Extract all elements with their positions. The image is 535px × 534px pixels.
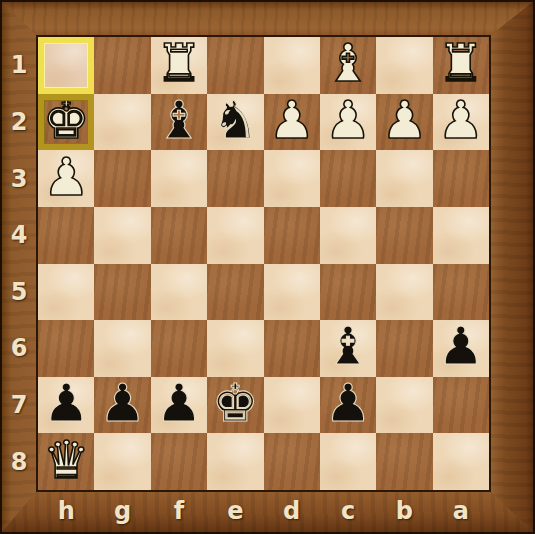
square-h1[interactable]	[38, 37, 94, 94]
square-b2[interactable]: ♟	[376, 94, 432, 151]
square-d7[interactable]	[264, 377, 320, 434]
square-e6[interactable]	[207, 320, 263, 377]
square-b1[interactable]	[376, 37, 432, 94]
square-a7[interactable]	[433, 377, 489, 434]
square-f1[interactable]: ♜	[151, 37, 207, 94]
square-b5[interactable]	[376, 264, 432, 321]
chessboard-frame: 12345678 hgfedcba ♜♝♜♚♝♞♟♟♟♟♟♝♟♟♟♟♚♟♛	[0, 0, 535, 534]
square-e3[interactable]	[207, 150, 263, 207]
rank-label-1: 1	[0, 37, 38, 94]
square-f4[interactable]	[151, 207, 207, 264]
file-label-c: c	[320, 490, 376, 532]
rank-labels: 12345678	[0, 37, 38, 490]
square-d1[interactable]	[264, 37, 320, 94]
black-bishop[interactable]: ♝	[325, 320, 372, 372]
square-b4[interactable]	[376, 207, 432, 264]
square-d4[interactable]	[264, 207, 320, 264]
square-a4[interactable]	[433, 207, 489, 264]
square-a2[interactable]: ♟	[433, 94, 489, 151]
white-queen[interactable]: ♛	[43, 434, 90, 486]
rank-label-6: 6	[0, 320, 38, 377]
square-g2[interactable]	[94, 94, 150, 151]
square-e5[interactable]	[207, 264, 263, 321]
square-c6[interactable]: ♝	[320, 320, 376, 377]
rank-label-4: 4	[0, 207, 38, 264]
black-king[interactable]: ♚	[212, 377, 259, 429]
rank-label-2: 2	[0, 94, 38, 151]
black-knight[interactable]: ♞	[212, 94, 259, 146]
square-d8[interactable]	[264, 433, 320, 490]
square-c1[interactable]: ♝	[320, 37, 376, 94]
square-f8[interactable]	[151, 433, 207, 490]
square-g5[interactable]	[94, 264, 150, 321]
square-f5[interactable]	[151, 264, 207, 321]
square-a3[interactable]	[433, 150, 489, 207]
file-labels: hgfedcba	[38, 490, 489, 532]
square-e8[interactable]	[207, 433, 263, 490]
square-h5[interactable]	[38, 264, 94, 321]
rank-label-8: 8	[0, 433, 38, 490]
white-king[interactable]: ♚	[43, 94, 90, 146]
white-pawn[interactable]: ♟	[381, 94, 428, 146]
square-g4[interactable]	[94, 207, 150, 264]
square-a5[interactable]	[433, 264, 489, 321]
square-c3[interactable]	[320, 150, 376, 207]
square-e2[interactable]: ♞	[207, 94, 263, 151]
square-h6[interactable]	[38, 320, 94, 377]
square-d5[interactable]	[264, 264, 320, 321]
square-c8[interactable]	[320, 433, 376, 490]
square-e1[interactable]	[207, 37, 263, 94]
square-f6[interactable]	[151, 320, 207, 377]
file-label-g: g	[94, 490, 150, 532]
white-pawn[interactable]: ♟	[43, 151, 90, 203]
square-b3[interactable]	[376, 150, 432, 207]
square-a1[interactable]: ♜	[433, 37, 489, 94]
rank-label-3: 3	[0, 150, 38, 207]
square-g7[interactable]: ♟	[94, 377, 150, 434]
square-g3[interactable]	[94, 150, 150, 207]
square-b8[interactable]	[376, 433, 432, 490]
frame-left-bevel	[0, 0, 38, 534]
square-c7[interactable]: ♟	[320, 377, 376, 434]
square-b6[interactable]	[376, 320, 432, 377]
white-bishop[interactable]: ♝	[325, 37, 372, 89]
white-pawn[interactable]: ♟	[438, 94, 485, 146]
square-a8[interactable]	[433, 433, 489, 490]
square-h8[interactable]: ♛	[38, 433, 94, 490]
square-c2[interactable]: ♟	[320, 94, 376, 151]
file-label-h: h	[38, 490, 94, 532]
frame-bottom-bevel	[0, 490, 535, 534]
square-g6[interactable]	[94, 320, 150, 377]
square-d6[interactable]	[264, 320, 320, 377]
square-a6[interactable]: ♟	[433, 320, 489, 377]
file-label-e: e	[207, 490, 263, 532]
white-pawn[interactable]: ♟	[325, 94, 372, 146]
square-f2[interactable]: ♝	[151, 94, 207, 151]
square-f7[interactable]: ♟	[151, 377, 207, 434]
frame-right-bevel	[489, 0, 535, 534]
square-h4[interactable]	[38, 207, 94, 264]
black-pawn[interactable]: ♟	[438, 320, 485, 372]
square-c4[interactable]	[320, 207, 376, 264]
square-h7[interactable]: ♟	[38, 377, 94, 434]
black-pawn[interactable]: ♟	[43, 377, 90, 429]
frame-top-bevel	[0, 0, 535, 37]
black-pawn[interactable]: ♟	[99, 377, 146, 429]
square-d3[interactable]	[264, 150, 320, 207]
white-rook[interactable]: ♜	[438, 37, 485, 89]
square-f3[interactable]	[151, 150, 207, 207]
rank-label-7: 7	[0, 377, 38, 434]
square-g8[interactable]	[94, 433, 150, 490]
file-label-f: f	[151, 490, 207, 532]
black-pawn[interactable]: ♟	[325, 377, 372, 429]
square-h2[interactable]: ♚	[38, 94, 94, 151]
square-h3[interactable]: ♟	[38, 150, 94, 207]
white-rook[interactable]: ♜	[156, 37, 203, 89]
square-e4[interactable]	[207, 207, 263, 264]
square-d2[interactable]: ♟	[264, 94, 320, 151]
black-pawn[interactable]: ♟	[156, 377, 203, 429]
rank-label-5: 5	[0, 264, 38, 321]
square-b7[interactable]	[376, 377, 432, 434]
black-bishop[interactable]: ♝	[156, 94, 203, 146]
board: ♜♝♜♚♝♞♟♟♟♟♟♝♟♟♟♟♚♟♛	[38, 37, 489, 490]
file-label-a: a	[433, 490, 489, 532]
square-c5[interactable]	[320, 264, 376, 321]
square-e7[interactable]: ♚	[207, 377, 263, 434]
square-g1[interactable]	[94, 37, 150, 94]
file-label-d: d	[264, 490, 320, 532]
white-pawn[interactable]: ♟	[268, 94, 315, 146]
file-label-b: b	[376, 490, 432, 532]
